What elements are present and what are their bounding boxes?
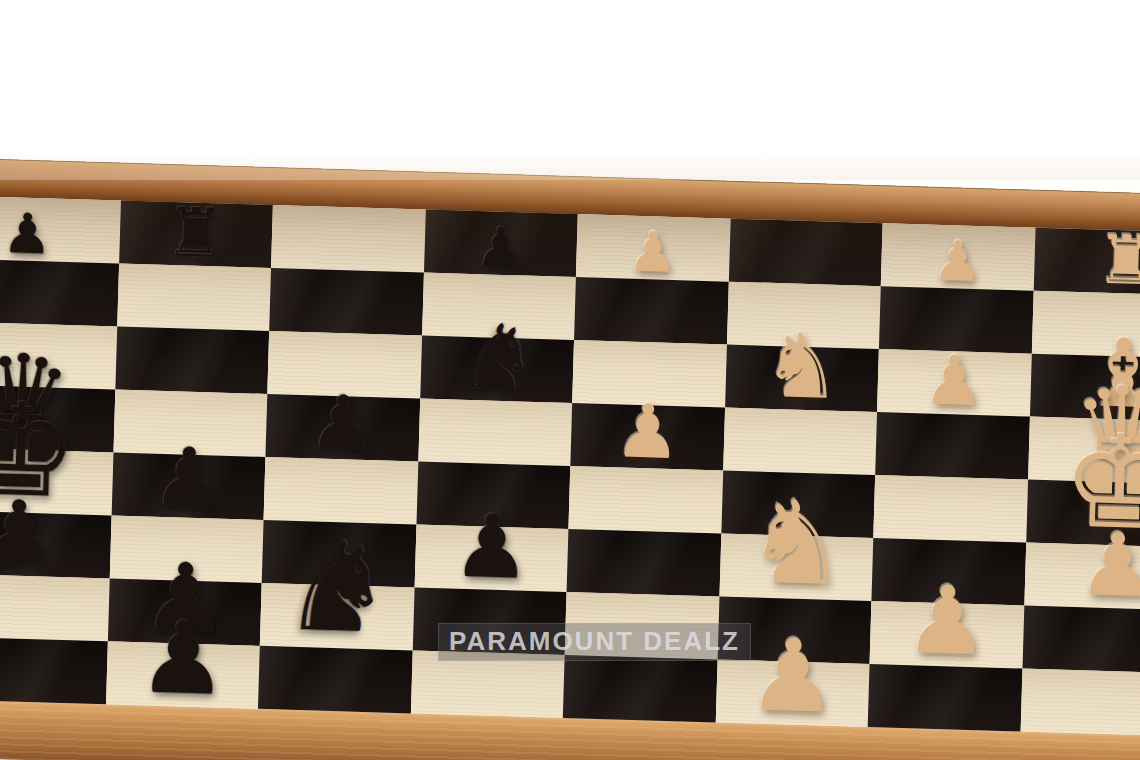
square-d5[interactable] <box>418 399 572 466</box>
piece-black-pawn-c5[interactable]: ♟ <box>309 387 377 459</box>
piece-white-knight-f3[interactable]: ♞ <box>744 487 850 599</box>
square-f6[interactable]: ♞ <box>725 345 879 412</box>
piece-white-pawn-g8[interactable]: ♟ <box>932 234 983 288</box>
board-assembly: ♟♜♟♟♟♜♞♞♟♝♛♟♟♛♚♟♚♟♟♞♟♟♞♟♟♟ <box>0 158 1140 760</box>
square-g8[interactable]: ♟ <box>881 223 1035 290</box>
square-a3[interactable]: ♟ <box>0 511 111 578</box>
piece-black-pawn-b4[interactable]: ♟ <box>151 439 226 518</box>
square-c7[interactable] <box>269 268 423 335</box>
square-c5[interactable]: ♟ <box>265 394 419 461</box>
square-h1[interactable] <box>1020 668 1140 735</box>
piece-black-pawn-a3[interactable]: ♟ <box>0 491 59 576</box>
square-b8[interactable]: ♜ <box>119 201 273 268</box>
square-a1[interactable] <box>0 637 107 704</box>
square-a2[interactable] <box>0 574 109 641</box>
square-d3[interactable]: ♟ <box>414 524 568 591</box>
square-e8[interactable]: ♟ <box>576 214 730 281</box>
square-g2[interactable]: ♟ <box>870 601 1024 668</box>
piece-black-pawn-d8[interactable]: ♟ <box>475 221 526 275</box>
square-f1[interactable]: ♟ <box>715 659 869 726</box>
square-f3[interactable]: ♞ <box>719 534 873 601</box>
piece-black-pawn-a8[interactable]: ♟ <box>2 207 53 261</box>
square-b6[interactable] <box>115 326 269 393</box>
piece-white-pawn-h3[interactable]: ♟ <box>1077 523 1140 608</box>
square-b4[interactable]: ♟ <box>111 452 265 519</box>
square-g4[interactable] <box>873 475 1027 542</box>
square-c8[interactable] <box>271 205 425 272</box>
square-e1[interactable] <box>563 655 717 722</box>
piece-black-knight-c2[interactable]: ♞ <box>281 528 396 649</box>
piece-white-pawn-f1[interactable]: ♟ <box>747 627 839 725</box>
piece-black-pawn-d3[interactable]: ♟ <box>451 505 531 590</box>
square-e7[interactable] <box>574 277 728 344</box>
piece-white-pawn-e8[interactable]: ♟ <box>628 225 679 279</box>
square-f5[interactable] <box>723 408 877 475</box>
piece-black-knight-d6[interactable]: ♞ <box>456 314 538 401</box>
piece-black-pawn-b1[interactable]: ♟ <box>137 609 229 707</box>
piece-white-rook-h8[interactable]: ♜ <box>1095 228 1140 293</box>
piece-white-pawn-g2[interactable]: ♟ <box>904 575 991 667</box>
background-haze <box>0 150 1140 180</box>
square-g1[interactable] <box>868 664 1022 731</box>
piece-white-pawn-e5[interactable]: ♟ <box>613 396 681 468</box>
square-d8[interactable]: ♟ <box>423 210 577 277</box>
piece-white-knight-f6[interactable]: ♞ <box>761 323 843 410</box>
square-c2[interactable]: ♞ <box>260 583 414 650</box>
piece-white-pawn-g6[interactable]: ♟ <box>923 348 986 414</box>
square-c4[interactable] <box>264 457 418 524</box>
square-d6[interactable]: ♞ <box>420 336 574 403</box>
square-h2[interactable] <box>1022 606 1140 673</box>
square-e5[interactable]: ♟ <box>570 403 724 470</box>
square-h3[interactable]: ♟ <box>1024 543 1140 610</box>
piece-black-rook-b8[interactable]: ♜ <box>165 200 227 265</box>
square-g6[interactable]: ♟ <box>877 349 1031 416</box>
square-h8[interactable]: ♜ <box>1033 228 1140 295</box>
square-b1[interactable]: ♟ <box>106 641 260 708</box>
square-b7[interactable] <box>117 264 271 331</box>
square-e4[interactable] <box>568 466 722 533</box>
product-photo-scene: ♟♜♟♟♟♜♞♞♟♝♛♟♟♛♚♟♚♟♟♞♟♟♞♟♟♟ PARAMOUNT DEA… <box>0 0 1140 760</box>
square-f8[interactable] <box>728 219 882 286</box>
square-e3[interactable] <box>567 529 721 596</box>
watermark: PARAMOUNT DEALZ <box>438 623 751 661</box>
square-a7[interactable] <box>0 259 119 326</box>
square-g5[interactable] <box>875 412 1029 479</box>
square-a8[interactable]: ♟ <box>0 196 120 263</box>
